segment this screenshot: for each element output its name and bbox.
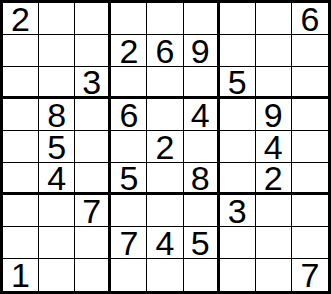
sudoku-board: 2626935864952445827374517 xyxy=(0,0,331,294)
cell-r6c1[interactable] xyxy=(3,163,39,195)
cell-r5c1[interactable] xyxy=(3,131,39,163)
cell-r8c3[interactable] xyxy=(75,227,111,259)
cell-r3c7[interactable]: 5 xyxy=(220,67,256,99)
cell-r7c8[interactable] xyxy=(256,195,292,227)
cell-r9c2[interactable] xyxy=(39,259,75,291)
cell-r8c2[interactable] xyxy=(39,227,75,259)
cell-r1c8[interactable] xyxy=(256,3,292,35)
cell-r8c5[interactable]: 4 xyxy=(147,227,183,259)
cell-r2c3[interactable] xyxy=(75,35,111,67)
cell-r6c6[interactable]: 8 xyxy=(184,163,220,195)
cell-r7c9[interactable] xyxy=(292,195,328,227)
cell-r1c4[interactable] xyxy=(111,3,147,35)
cell-r6c8[interactable]: 2 xyxy=(256,163,292,195)
cell-r4c4[interactable]: 6 xyxy=(111,99,147,131)
cell-r2c9[interactable] xyxy=(292,35,328,67)
cell-r7c5[interactable] xyxy=(147,195,183,227)
cell-r6c7[interactable] xyxy=(220,163,256,195)
cell-r4c7[interactable] xyxy=(220,99,256,131)
cell-r1c5[interactable] xyxy=(147,3,183,35)
cell-r1c1[interactable]: 2 xyxy=(3,3,39,35)
cell-r1c7[interactable] xyxy=(220,3,256,35)
cell-r3c2[interactable] xyxy=(39,67,75,99)
cell-r8c4[interactable]: 7 xyxy=(111,227,147,259)
cell-r9c5[interactable] xyxy=(147,259,183,291)
cell-r2c8[interactable] xyxy=(256,35,292,67)
cell-r2c1[interactable] xyxy=(3,35,39,67)
cell-r7c1[interactable] xyxy=(3,195,39,227)
cell-r7c6[interactable] xyxy=(184,195,220,227)
cell-r1c6[interactable] xyxy=(184,3,220,35)
cell-r8c1[interactable] xyxy=(3,227,39,259)
cell-r7c2[interactable] xyxy=(39,195,75,227)
cell-r7c7[interactable]: 3 xyxy=(220,195,256,227)
cell-r3c4[interactable] xyxy=(111,67,147,99)
cell-r5c8[interactable]: 4 xyxy=(256,131,292,163)
cell-r5c9[interactable] xyxy=(292,131,328,163)
cell-r6c2[interactable]: 4 xyxy=(39,163,75,195)
cell-r4c1[interactable] xyxy=(3,99,39,131)
cell-r8c6[interactable]: 5 xyxy=(184,227,220,259)
cell-r4c6[interactable]: 4 xyxy=(184,99,220,131)
cell-r1c9[interactable]: 6 xyxy=(292,3,328,35)
cell-r9c6[interactable] xyxy=(184,259,220,291)
cell-r3c8[interactable] xyxy=(256,67,292,99)
cell-r4c2[interactable]: 8 xyxy=(39,99,75,131)
cell-r5c4[interactable] xyxy=(111,131,147,163)
cell-r4c3[interactable] xyxy=(75,99,111,131)
cell-r2c2[interactable] xyxy=(39,35,75,67)
cell-r3c1[interactable] xyxy=(3,67,39,99)
cell-r3c3[interactable]: 3 xyxy=(75,67,111,99)
cell-r8c8[interactable] xyxy=(256,227,292,259)
cell-r5c2[interactable]: 5 xyxy=(39,131,75,163)
cell-r9c1[interactable]: 1 xyxy=(3,259,39,291)
cell-r4c9[interactable] xyxy=(292,99,328,131)
cell-r6c4[interactable]: 5 xyxy=(111,163,147,195)
cell-r1c3[interactable] xyxy=(75,3,111,35)
cell-r4c5[interactable] xyxy=(147,99,183,131)
cell-r9c9[interactable]: 7 xyxy=(292,259,328,291)
cell-r7c4[interactable] xyxy=(111,195,147,227)
cell-r6c9[interactable] xyxy=(292,163,328,195)
cell-r9c4[interactable] xyxy=(111,259,147,291)
cell-r2c4[interactable]: 2 xyxy=(111,35,147,67)
cell-r1c2[interactable] xyxy=(39,3,75,35)
cell-r3c9[interactable] xyxy=(292,67,328,99)
cell-r6c3[interactable] xyxy=(75,163,111,195)
cell-r4c8[interactable]: 9 xyxy=(256,99,292,131)
cell-r2c7[interactable] xyxy=(220,35,256,67)
cell-r3c6[interactable] xyxy=(184,67,220,99)
cell-r5c5[interactable]: 2 xyxy=(147,131,183,163)
cell-r9c3[interactable] xyxy=(75,259,111,291)
cell-r7c3[interactable]: 7 xyxy=(75,195,111,227)
cell-r8c7[interactable] xyxy=(220,227,256,259)
cell-r2c5[interactable]: 6 xyxy=(147,35,183,67)
cell-r3c5[interactable] xyxy=(147,67,183,99)
cell-r9c8[interactable] xyxy=(256,259,292,291)
cell-r2c6[interactable]: 9 xyxy=(184,35,220,67)
cell-r5c6[interactable] xyxy=(184,131,220,163)
cell-r6c5[interactable] xyxy=(147,163,183,195)
cell-r9c7[interactable] xyxy=(220,259,256,291)
cell-r5c3[interactable] xyxy=(75,131,111,163)
cell-r5c7[interactable] xyxy=(220,131,256,163)
cell-r8c9[interactable] xyxy=(292,227,328,259)
